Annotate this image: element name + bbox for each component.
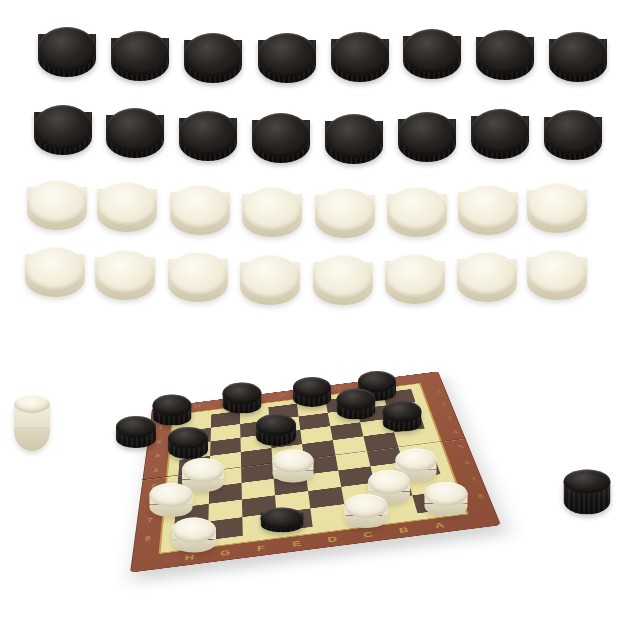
file-label-top-H: H: [194, 403, 200, 408]
piece-top: [396, 449, 437, 472]
tray-checker-white-r3-8[interactable]: [527, 183, 587, 233]
tray-checker-black-r1-1[interactable]: [38, 27, 96, 77]
piece-top: [315, 188, 375, 232]
offboard-checker-white[interactable]: [14, 395, 50, 451]
tray-checker-white-r3-6[interactable]: [387, 187, 447, 237]
piece-top: [337, 389, 376, 411]
rank-label-right-7: 7: [470, 476, 477, 482]
piece-top: [240, 255, 300, 299]
tray-checker-white-r3-1[interactable]: [27, 180, 87, 230]
piece-top: [116, 416, 156, 438]
piece-top: [38, 27, 96, 71]
piece-top: [184, 33, 242, 77]
file-label-bottom-C: C: [363, 530, 374, 539]
checker-black-A3[interactable]: [383, 401, 422, 432]
tray-checker-white-r4-8[interactable]: [527, 250, 587, 300]
piece-top: [385, 254, 445, 298]
piece-top: [168, 252, 228, 296]
tray-checker-white-r4-1[interactable]: [25, 247, 85, 297]
piece-top: [293, 377, 331, 398]
file-label-bottom-A: A: [434, 521, 446, 530]
rank-label-right-8: 8: [477, 493, 484, 499]
rank-label-left-4: 4: [153, 468, 158, 473]
file-label-bottom-H: H: [185, 553, 195, 563]
piece-top: [172, 518, 216, 543]
tray-checker-white-r4-4[interactable]: [240, 255, 300, 305]
piece-top: [252, 113, 310, 157]
tray-checker-black-r1-2[interactable]: [111, 31, 169, 81]
piece-top: [182, 458, 224, 482]
piece-top: [242, 187, 302, 231]
tray-checker-black-r2-6[interactable]: [398, 112, 456, 162]
piece-top: [179, 111, 237, 155]
tray-checker-white-r4-7[interactable]: [457, 252, 517, 302]
piece-top: [325, 114, 383, 158]
rank-label-left-1: 1: [158, 425, 163, 430]
tray-checker-black-r1-6[interactable]: [403, 29, 461, 79]
piece-top: [25, 247, 85, 291]
rank-label-right-1: 1: [436, 390, 442, 394]
piece-top: [544, 110, 602, 154]
piece-top: [345, 494, 388, 518]
tray-checker-black-r2-5[interactable]: [325, 114, 383, 164]
piece-top: [313, 255, 373, 299]
tray-checker-black-r1-8[interactable]: [549, 32, 607, 82]
piece-top: [97, 182, 157, 226]
rank-label-left-7: 7: [147, 517, 153, 523]
piece-top: [34, 105, 92, 149]
piece-top: [368, 470, 410, 494]
tray-checker-black-r1-7[interactable]: [476, 30, 534, 80]
square-D8[interactable]: [310, 504, 347, 527]
tray-checker-white-r3-7[interactable]: [458, 185, 518, 235]
checker-white-H6[interactable]: [150, 483, 193, 517]
piece-top: [95, 250, 155, 294]
checkers-set-photo: HHGGFFEEDDCCBBAA1122334455667788: [0, 0, 625, 625]
piece-top: [168, 427, 208, 449]
tray-checker-white-r3-5[interactable]: [315, 188, 375, 238]
piece-top: [549, 32, 607, 76]
piece-top: [223, 383, 262, 405]
checker-white-E5[interactable]: [273, 450, 314, 483]
checker-black-C1[interactable]: [293, 377, 331, 407]
piece-top: [471, 109, 529, 153]
piece-top: [170, 185, 230, 229]
tray-checker-black-r1-5[interactable]: [331, 32, 389, 82]
piece-top: [14, 395, 50, 413]
piece-top: [150, 483, 193, 507]
piece-top: [258, 33, 316, 77]
checker-black-E1[interactable]: [223, 383, 262, 414]
rank-label-right-4: 4: [452, 429, 459, 434]
tray-checker-white-r4-2[interactable]: [95, 250, 155, 300]
piece-top: [458, 185, 518, 229]
piece-top: [106, 108, 164, 152]
piece-top: [261, 508, 304, 530]
tray-checker-white-r3-2[interactable]: [97, 182, 157, 232]
checker-black-B2[interactable]: [337, 389, 376, 420]
checker-black-G3[interactable]: [168, 427, 208, 459]
tray-checker-black-r2-7[interactable]: [471, 109, 529, 159]
piece-top: [527, 183, 587, 227]
checker-white-H8[interactable]: [172, 518, 216, 553]
piece-top: [383, 401, 422, 423]
tray-checker-black-r1-4[interactable]: [258, 33, 316, 83]
rank-label-left-3: 3: [155, 453, 160, 458]
piece-top: [256, 414, 296, 436]
piece-top: [457, 252, 517, 296]
file-label-bottom-B: B: [398, 525, 409, 534]
piece-top: [403, 29, 461, 73]
piece-top: [425, 482, 468, 506]
piece-top: [398, 112, 456, 156]
checker-black-F8[interactable]: [261, 508, 304, 533]
rank-label-right-2: 2: [441, 402, 447, 407]
rank-label-right-3: 3: [447, 416, 453, 421]
tray-checker-white-r3-3[interactable]: [170, 185, 230, 235]
rank-label-right-5: 5: [458, 444, 465, 449]
file-label-bottom-G: G: [220, 548, 230, 558]
checker-black-E3[interactable]: [256, 414, 296, 446]
file-label-bottom-D: D: [327, 535, 338, 544]
checker-black-H2[interactable]: [116, 416, 156, 448]
piece-top: [273, 450, 314, 473]
piece-top: [564, 470, 611, 494]
piece-top: [331, 32, 389, 76]
file-label-bottom-E: E: [292, 539, 301, 548]
rank-label-right-6: 6: [464, 459, 471, 465]
tray-checker-white-r4-5[interactable]: [313, 255, 373, 305]
file-label-top-E: E: [279, 393, 285, 398]
piece-top: [153, 395, 192, 417]
piece-top: [111, 31, 169, 75]
piece-top: [476, 30, 534, 74]
piece-top: [27, 180, 87, 224]
tray-checker-black-r2-2[interactable]: [106, 108, 164, 158]
file-label-bottom-F: F: [257, 544, 265, 553]
tray-checker-white-r3-4[interactable]: [242, 187, 302, 237]
tray-checker-black-r2-3[interactable]: [179, 111, 237, 161]
tray-checker-black-r1-3[interactable]: [184, 33, 242, 83]
rank-label-left-2: 2: [156, 439, 161, 444]
checker-black-G1[interactable]: [153, 395, 192, 426]
tray-checker-black-r2-1[interactable]: [34, 105, 92, 155]
checker-white-B8[interactable]: [425, 482, 468, 516]
checker-white-D8[interactable]: [345, 494, 388, 528]
piece-top: [527, 250, 587, 294]
rank-label-left-8: 8: [145, 535, 151, 541]
piece-top: [387, 187, 447, 231]
tray-checker-black-r2-8[interactable]: [544, 110, 602, 160]
tray-checker-white-r4-6[interactable]: [385, 254, 445, 304]
tray-checker-black-r2-4[interactable]: [252, 113, 310, 163]
tray-checker-white-r4-3[interactable]: [168, 252, 228, 302]
offboard-checker-black[interactable]: [564, 470, 611, 515]
